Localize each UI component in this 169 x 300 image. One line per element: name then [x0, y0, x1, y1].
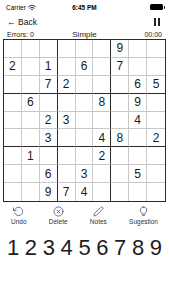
cell-r5c5[interactable]: [76, 112, 94, 130]
toolbar: Undo Delete Notes Sugestion: [0, 206, 169, 230]
sudoku-board: 921677265689234348212635974: [3, 39, 166, 202]
suggestion-button[interactable]: Sugestion: [129, 206, 158, 230]
suggestion-icon: [138, 206, 149, 217]
cell-r7c1[interactable]: [4, 147, 22, 165]
cell-r1c7[interactable]: 9: [111, 40, 129, 58]
delete-icon: [53, 206, 64, 217]
cell-r1c9[interactable]: [147, 40, 165, 58]
cell-r3c4[interactable]: 2: [58, 76, 76, 94]
cell-r3c7[interactable]: [111, 76, 129, 94]
cell-r9c1[interactable]: [4, 183, 22, 201]
cell-r3c3[interactable]: 7: [40, 76, 58, 94]
nav-bar: ← Back: [0, 14, 169, 30]
cell-r4c6[interactable]: 8: [93, 94, 111, 112]
cell-r1c1[interactable]: [4, 40, 22, 58]
cell-r1c6[interactable]: [93, 40, 111, 58]
cell-r5c9[interactable]: [147, 112, 165, 130]
cell-r5c4[interactable]: 3: [58, 112, 76, 130]
cell-r2c6[interactable]: [93, 58, 111, 76]
cell-r5c6[interactable]: [93, 112, 111, 130]
cell-r5c1[interactable]: [4, 112, 22, 130]
numpad-key-7[interactable]: 7: [114, 237, 126, 259]
numpad-key-9[interactable]: 9: [150, 237, 162, 259]
cell-r1c5[interactable]: [76, 40, 94, 58]
numpad-key-3[interactable]: 3: [43, 237, 55, 259]
cell-r7c4[interactable]: [58, 147, 76, 165]
cell-r9c3[interactable]: 9: [40, 183, 58, 201]
cell-r9c4[interactable]: 7: [58, 183, 76, 201]
cell-r7c2[interactable]: 1: [22, 147, 40, 165]
cell-r8c5[interactable]: 3: [76, 165, 94, 183]
timer: 00:00: [144, 31, 162, 38]
cell-r1c4[interactable]: [58, 40, 76, 58]
undo-button[interactable]: Undo: [11, 206, 27, 230]
difficulty-label: Simple: [72, 30, 96, 39]
cell-r2c4[interactable]: [58, 58, 76, 76]
cell-r7c3[interactable]: [40, 147, 58, 165]
cell-r8c4[interactable]: [58, 165, 76, 183]
delete-label: Delete: [49, 218, 68, 225]
cell-r2c9[interactable]: [147, 58, 165, 76]
cell-r4c8[interactable]: 9: [129, 94, 147, 112]
cell-r5c3[interactable]: 2: [40, 112, 58, 130]
numpad-key-5[interactable]: 5: [78, 237, 90, 259]
cell-r8c1[interactable]: [4, 165, 22, 183]
cell-r7c5[interactable]: [76, 147, 94, 165]
pause-icon: [154, 18, 156, 26]
info-bar: Errors: 0 Simple 00:00: [0, 29, 169, 39]
cell-r3c1[interactable]: [4, 76, 22, 94]
cell-r1c2[interactable]: [22, 40, 40, 58]
cell-r6c2[interactable]: [22, 129, 40, 147]
cell-r2c5[interactable]: 6: [76, 58, 94, 76]
cell-r6c3[interactable]: 3: [40, 129, 58, 147]
suggestion-label: Sugestion: [129, 218, 158, 225]
numpad-key-2[interactable]: 2: [25, 237, 37, 259]
cell-r4c4[interactable]: [58, 94, 76, 112]
cell-r3c8[interactable]: 6: [129, 76, 147, 94]
numpad-key-6[interactable]: 6: [96, 237, 108, 259]
cell-r7c6[interactable]: 2: [93, 147, 111, 165]
cell-r2c3[interactable]: 1: [40, 58, 58, 76]
back-button[interactable]: ← Back: [7, 17, 37, 27]
cell-r5c7[interactable]: [111, 112, 129, 130]
cell-r9c9[interactable]: [147, 183, 165, 201]
cell-r1c3[interactable]: [40, 40, 58, 58]
notes-button[interactable]: Notes: [90, 206, 107, 230]
cell-r9c5[interactable]: 4: [76, 183, 94, 201]
cell-r6c6[interactable]: 4: [93, 129, 111, 147]
cell-r9c8[interactable]: [129, 183, 147, 201]
cell-r1c8[interactable]: [129, 40, 147, 58]
cell-r8c9[interactable]: [147, 165, 165, 183]
notes-icon: [93, 206, 104, 217]
numpad-key-1[interactable]: 1: [7, 237, 19, 259]
pause-button[interactable]: [152, 16, 162, 28]
numpad-key-8[interactable]: 8: [132, 237, 144, 259]
cell-r4c9[interactable]: [147, 94, 165, 112]
cell-r3c5[interactable]: [76, 76, 94, 94]
wifi-icon: [28, 4, 36, 11]
carrier-label: Carrier: [6, 4, 26, 11]
cell-r9c2[interactable]: [22, 183, 40, 201]
cell-r9c6[interactable]: [93, 183, 111, 201]
cell-r4c2[interactable]: 6: [22, 94, 40, 112]
cell-r8c2[interactable]: [22, 165, 40, 183]
cell-r7c9[interactable]: [147, 147, 165, 165]
cell-r6c8[interactable]: [129, 129, 147, 147]
number-pad: 123456789: [0, 233, 169, 263]
cell-r5c2[interactable]: [22, 112, 40, 130]
numpad-key-4[interactable]: 4: [61, 237, 73, 259]
status-bar: Carrier 6:45 PM: [0, 0, 169, 14]
cell-r8c6[interactable]: [93, 165, 111, 183]
clock: 6:45 PM: [72, 4, 97, 11]
cell-r4c3[interactable]: [40, 94, 58, 112]
cell-r8c3[interactable]: 6: [40, 165, 58, 183]
cell-r4c5[interactable]: [76, 94, 94, 112]
notes-label: Notes: [90, 218, 107, 225]
back-arrow-icon: ←: [7, 17, 16, 27]
cell-r2c1[interactable]: 2: [4, 58, 22, 76]
cell-r7c8[interactable]: [129, 147, 147, 165]
cell-r6c7[interactable]: 8: [111, 129, 129, 147]
cell-r3c6[interactable]: [93, 76, 111, 94]
cell-r9c7[interactable]: [111, 183, 129, 201]
cell-r8c8[interactable]: 5: [129, 165, 147, 183]
undo-label: Undo: [11, 218, 27, 225]
cell-r6c5[interactable]: [76, 129, 94, 147]
cell-r6c9[interactable]: 2: [147, 129, 165, 147]
delete-button[interactable]: Delete: [49, 206, 68, 230]
back-label: Back: [18, 17, 37, 27]
cell-r4c1[interactable]: [4, 94, 22, 112]
cell-r5c8[interactable]: 4: [129, 112, 147, 130]
battery-icon: [150, 4, 163, 10]
cell-r7c7[interactable]: [111, 147, 129, 165]
cell-r2c7[interactable]: 7: [111, 58, 129, 76]
cell-r6c4[interactable]: [58, 129, 76, 147]
cell-r3c9[interactable]: 5: [147, 76, 165, 94]
errors-counter: Errors: 0: [7, 31, 34, 38]
cell-r3c2[interactable]: [22, 76, 40, 94]
cell-r8c7[interactable]: [111, 165, 129, 183]
cell-r6c1[interactable]: [4, 129, 22, 147]
undo-icon: [13, 206, 24, 217]
cell-r2c2[interactable]: [22, 58, 40, 76]
cell-r4c7[interactable]: [111, 94, 129, 112]
cell-r2c8[interactable]: [129, 58, 147, 76]
